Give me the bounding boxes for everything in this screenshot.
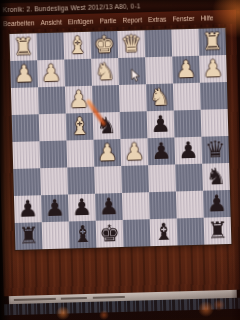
square-c4[interactable]: ♟ xyxy=(147,110,175,138)
square-g8[interactable] xyxy=(42,221,70,249)
menu-item-report[interactable]: Report xyxy=(122,16,142,24)
square-g4[interactable] xyxy=(39,113,67,141)
white-pawn-a2[interactable]: ♟ xyxy=(199,55,227,83)
square-h5[interactable] xyxy=(12,141,40,169)
black-pawn-h7[interactable]: ♟ xyxy=(14,195,42,223)
white-pawn-e5[interactable]: ♟ xyxy=(93,139,121,167)
square-b1[interactable] xyxy=(171,29,199,57)
square-f1[interactable]: ♝ xyxy=(63,32,91,60)
square-g2[interactable]: ♟ xyxy=(37,60,65,88)
white-pawn-d5[interactable]: ♟ xyxy=(120,138,148,166)
black-pawn-f7[interactable]: ♟ xyxy=(68,194,96,222)
black-pawn-b5[interactable]: ♟ xyxy=(174,137,202,165)
square-c8[interactable]: ♝ xyxy=(150,218,178,246)
square-e6[interactable] xyxy=(94,166,122,194)
cursor-arrow-icon xyxy=(130,68,140,82)
square-c5[interactable]: ♟ xyxy=(147,137,175,165)
square-d6[interactable] xyxy=(121,165,149,193)
black-bishop-f8[interactable]: ♝ xyxy=(69,221,97,249)
square-c3[interactable]: ♞ xyxy=(146,83,174,111)
black-pawn-c4[interactable]: ♟ xyxy=(147,110,175,138)
square-d7[interactable] xyxy=(122,192,150,220)
square-b2[interactable]: ♟ xyxy=(172,56,200,84)
square-e8[interactable]: ♚ xyxy=(96,220,124,248)
square-g3[interactable] xyxy=(38,87,66,115)
white-knight-e2[interactable]: ♞ xyxy=(91,58,119,86)
white-bishop-f1[interactable]: ♝ xyxy=(63,32,91,60)
chess-board[interactable]: ♜♝♚♛♜♟♟♞♟♟♟♞♝♞♟♟♟♟♟♛♞♟♟♟♟♟♜♝♚♝♜ xyxy=(8,27,232,251)
white-knight-c3[interactable]: ♞ xyxy=(146,83,174,111)
white-pawn-h2[interactable]: ♟ xyxy=(10,60,38,88)
status-strip-text-smudge xyxy=(61,297,87,300)
square-f6[interactable] xyxy=(67,167,95,195)
white-bishop-f4[interactable]: ♝ xyxy=(66,113,94,141)
square-a5[interactable]: ♛ xyxy=(201,136,229,164)
square-b7[interactable] xyxy=(176,191,204,219)
square-f5[interactable] xyxy=(66,140,94,168)
square-c6[interactable] xyxy=(148,164,176,192)
menu-item-hilfe[interactable]: Hilfe xyxy=(200,14,213,21)
square-h8[interactable]: ♜ xyxy=(15,222,43,250)
black-knight-a6[interactable]: ♞ xyxy=(202,163,230,191)
square-f2[interactable] xyxy=(64,59,92,87)
white-pawn-g2[interactable]: ♟ xyxy=(37,60,65,88)
white-rook-h1[interactable]: ♜ xyxy=(9,33,37,61)
black-bishop-c8[interactable]: ♝ xyxy=(150,218,178,246)
black-queen-a5[interactable]: ♛ xyxy=(201,136,229,164)
desktop-background: ♜♝♚♛♜♟♟♞♟♟♟♞♝♞♟♟♟♟♟♛♞♟♟♟♟♟♜♝♚♝♜ xyxy=(0,24,240,297)
black-pawn-e7[interactable]: ♟ xyxy=(95,193,123,221)
menu-item-fenster[interactable]: Fenster xyxy=(172,14,194,22)
square-a2[interactable]: ♟ xyxy=(199,55,227,83)
square-e2[interactable]: ♞ xyxy=(91,58,119,86)
square-e1[interactable]: ♚ xyxy=(90,31,118,59)
menu-item-bearbeiten[interactable]: Bearbeiten xyxy=(3,19,35,27)
square-c1[interactable] xyxy=(144,30,172,58)
photo-background: Kronik: 2. Bundesliga West 2012/13 A80, … xyxy=(0,0,240,320)
square-d8[interactable] xyxy=(123,219,151,247)
black-rook-h8[interactable]: ♜ xyxy=(15,222,43,250)
square-a7[interactable]: ♟ xyxy=(203,190,231,218)
menu-item-partie[interactable]: Partie xyxy=(99,17,116,24)
square-b3[interactable] xyxy=(173,83,201,111)
square-a4[interactable] xyxy=(201,109,229,137)
black-rook-a8[interactable]: ♜ xyxy=(204,217,232,245)
square-g7[interactable]: ♟ xyxy=(41,194,69,222)
square-b6[interactable] xyxy=(175,164,203,192)
square-a3[interactable] xyxy=(200,82,228,110)
square-b8[interactable] xyxy=(177,218,205,246)
square-a1[interactable]: ♜ xyxy=(198,28,226,56)
square-g1[interactable] xyxy=(36,33,64,61)
square-d4[interactable] xyxy=(120,111,148,139)
square-h4[interactable] xyxy=(12,114,40,142)
square-b5[interactable]: ♟ xyxy=(174,137,202,165)
square-b4[interactable] xyxy=(174,110,202,138)
square-h7[interactable]: ♟ xyxy=(14,195,42,223)
menu-item-extras[interactable]: Extras xyxy=(148,15,167,23)
square-d5[interactable]: ♟ xyxy=(120,138,148,166)
chess-program-window: Kronik: 2. Bundesliga West 2012/13 A80, … xyxy=(0,0,240,320)
menu-item-einfuegen[interactable]: Einfügen xyxy=(68,17,94,25)
square-f4[interactable]: ♝ xyxy=(66,113,94,141)
white-rook-a1[interactable]: ♜ xyxy=(198,28,226,56)
square-h6[interactable] xyxy=(13,168,41,196)
square-g6[interactable] xyxy=(40,167,68,195)
square-d3[interactable] xyxy=(119,84,147,112)
square-h3[interactable] xyxy=(11,87,39,115)
square-a6[interactable]: ♞ xyxy=(202,163,230,191)
black-pawn-a7[interactable]: ♟ xyxy=(203,190,231,218)
black-pawn-c5[interactable]: ♟ xyxy=(147,137,175,165)
square-g5[interactable] xyxy=(39,140,67,168)
square-h1[interactable]: ♜ xyxy=(9,33,37,61)
square-f8[interactable]: ♝ xyxy=(69,221,97,249)
square-c7[interactable] xyxy=(149,191,177,219)
window-title: Kronik: 2. Bundesliga West 2012/13 A80, … xyxy=(3,2,141,13)
status-strip-text-smudge xyxy=(14,298,56,301)
square-f7[interactable]: ♟ xyxy=(68,194,96,222)
square-a8[interactable]: ♜ xyxy=(204,217,232,245)
square-c2[interactable] xyxy=(145,57,173,85)
black-pawn-g7[interactable]: ♟ xyxy=(41,194,69,222)
white-queen-d1[interactable]: ♛ xyxy=(117,30,145,58)
square-e7[interactable]: ♟ xyxy=(95,193,123,221)
black-king-e8[interactable]: ♚ xyxy=(96,220,124,248)
square-e5[interactable]: ♟ xyxy=(93,139,121,167)
white-pawn-b2[interactable]: ♟ xyxy=(172,56,200,84)
white-king-e1[interactable]: ♚ xyxy=(90,31,118,59)
status-strip-text-smudge xyxy=(93,296,125,299)
square-h2[interactable]: ♟ xyxy=(10,60,38,88)
mouse-cursor xyxy=(130,68,140,82)
square-d1[interactable]: ♛ xyxy=(117,30,145,58)
menu-item-ansicht[interactable]: Ansicht xyxy=(40,18,62,26)
